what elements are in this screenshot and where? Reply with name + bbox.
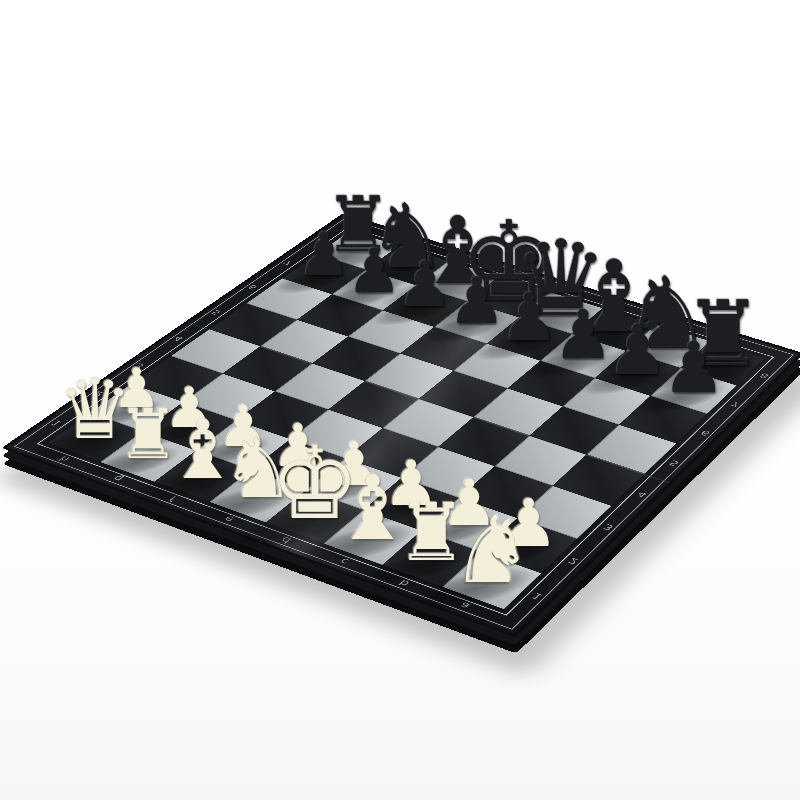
piece-black-pawn-a7[interactable]: ♟ bbox=[662, 333, 725, 404]
black-pawn-glyph: ♟ bbox=[553, 300, 614, 368]
piece-black-pawn-f7[interactable]: ♟ bbox=[397, 254, 453, 317]
black-pawn-glyph: ♟ bbox=[297, 225, 351, 285]
black-pawn-glyph: ♟ bbox=[448, 269, 506, 333]
white-knight-glyph: ♞ bbox=[450, 504, 533, 597]
black-pawn-glyph: ♟ bbox=[500, 285, 559, 351]
piece-black-pawn-d7[interactable]: ♟ bbox=[500, 285, 559, 351]
black-pawn-glyph: ♟ bbox=[607, 316, 669, 385]
black-pawn-glyph: ♟ bbox=[662, 333, 725, 404]
black-pawn-glyph: ♟ bbox=[397, 254, 453, 317]
piece-black-pawn-g7[interactable]: ♟ bbox=[347, 239, 402, 300]
piece-white-knight-a1[interactable]: ♞ bbox=[450, 504, 533, 597]
product-photo-stage: abcdefgh1122334455667788 ♜♞♝♛♚♝♞♜♟♟♟♟♟♟♟… bbox=[0, 0, 800, 800]
piece-black-pawn-c7[interactable]: ♟ bbox=[553, 300, 614, 368]
piece-black-pawn-h7[interactable]: ♟ bbox=[297, 225, 351, 285]
piece-black-pawn-b7[interactable]: ♟ bbox=[607, 316, 669, 385]
piece-black-pawn-e7[interactable]: ♟ bbox=[448, 269, 506, 333]
black-pawn-glyph: ♟ bbox=[347, 239, 402, 300]
